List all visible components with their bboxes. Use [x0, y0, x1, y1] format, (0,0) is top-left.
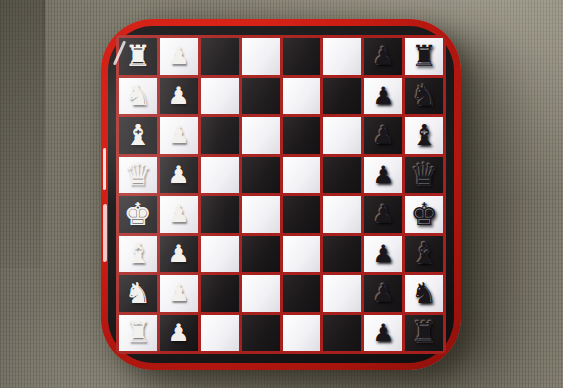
square-r3c3[interactable] — [201, 117, 239, 154]
square-r5c3[interactable] — [201, 196, 239, 233]
carpet-dark-panel — [0, 0, 43, 268]
square-r6c1[interactable]: ♝ — [119, 236, 157, 273]
square-r6c8[interactable]: ♝ — [405, 236, 443, 273]
square-r5c4[interactable] — [242, 196, 280, 233]
square-r6c5[interactable] — [283, 236, 321, 273]
square-r7c1[interactable]: ♞ — [119, 275, 157, 312]
square-r3c2[interactable]: ♟ — [160, 117, 198, 154]
square-r1c5[interactable] — [283, 38, 321, 75]
chess-piece-bB[interactable]: ♝ — [411, 239, 437, 268]
square-r6c4[interactable] — [242, 236, 280, 273]
square-r4c3[interactable] — [201, 157, 239, 194]
square-r7c7[interactable]: ♟ — [364, 275, 402, 312]
square-r7c8[interactable]: ♞ — [405, 275, 443, 312]
square-r6c3[interactable] — [201, 236, 239, 273]
square-r5c6[interactable] — [323, 196, 361, 233]
chess-piece-bQ[interactable]: ♛ — [410, 159, 438, 190]
square-r8c2[interactable]: ♟ — [160, 315, 198, 352]
square-r1c7[interactable]: ♟ — [364, 38, 402, 75]
square-r2c4[interactable] — [242, 78, 280, 115]
chess-piece-wR[interactable]: ♜ — [125, 318, 151, 347]
square-r4c1[interactable]: ♛ — [119, 157, 157, 194]
square-r8c4[interactable] — [242, 315, 280, 352]
square-r6c7[interactable]: ♟ — [364, 236, 402, 273]
chess-piece-bK[interactable]: ♚ — [410, 199, 438, 230]
chess-piece-wP[interactable]: ♟ — [168, 202, 190, 226]
square-r5c8[interactable]: ♚ — [405, 196, 443, 233]
chess-piece-bP[interactable]: ♟ — [372, 281, 394, 305]
square-r5c7[interactable]: ♟ — [364, 196, 402, 233]
chess-piece-wN[interactable]: ♞ — [125, 279, 151, 308]
specular-highlight-left — [103, 204, 107, 262]
square-r4c8[interactable]: ♛ — [405, 157, 443, 194]
square-r3c8[interactable]: ♝ — [405, 117, 443, 154]
square-r1c8[interactable]: ♜ — [405, 38, 443, 75]
chess-piece-wR[interactable]: ♜ — [125, 42, 151, 71]
square-r6c2[interactable]: ♟ — [160, 236, 198, 273]
square-r8c8[interactable]: ♜ — [405, 315, 443, 352]
square-r2c5[interactable] — [283, 78, 321, 115]
square-r1c6[interactable] — [323, 38, 361, 75]
square-r8c1[interactable]: ♜ — [119, 315, 157, 352]
chess-piece-wB[interactable]: ♝ — [125, 239, 151, 268]
chess-piece-wP[interactable]: ♟ — [168, 44, 190, 68]
chess-piece-wP[interactable]: ♟ — [168, 84, 190, 108]
square-r1c3[interactable] — [201, 38, 239, 75]
chess-piece-wQ[interactable]: ♛ — [124, 159, 152, 190]
square-r4c7[interactable]: ♟ — [364, 157, 402, 194]
square-r7c4[interactable] — [242, 275, 280, 312]
square-r4c5[interactable] — [283, 157, 321, 194]
chess-piece-bP[interactable]: ♟ — [372, 123, 394, 147]
square-r8c3[interactable] — [201, 315, 239, 352]
chess-piece-bB[interactable]: ♝ — [411, 121, 437, 150]
carpet-seam — [43, 0, 45, 240]
square-r6c6[interactable] — [323, 236, 361, 273]
chess-piece-wP[interactable]: ♟ — [168, 242, 190, 266]
square-r1c1[interactable]: ♜ — [119, 38, 157, 75]
chess-piece-bP[interactable]: ♟ — [372, 84, 394, 108]
chess-piece-bP[interactable]: ♟ — [372, 44, 394, 68]
square-r3c4[interactable] — [242, 117, 280, 154]
chess-piece-wB[interactable]: ♝ — [125, 121, 151, 150]
square-r5c5[interactable] — [283, 196, 321, 233]
square-r5c1[interactable]: ♚ — [119, 196, 157, 233]
square-r2c6[interactable] — [323, 78, 361, 115]
chess-piece-bN[interactable]: ♞ — [411, 81, 437, 110]
square-r1c4[interactable] — [242, 38, 280, 75]
square-r2c3[interactable] — [201, 78, 239, 115]
chess-piece-bP[interactable]: ♟ — [372, 321, 394, 345]
square-r8c5[interactable] — [283, 315, 321, 352]
square-r3c5[interactable] — [283, 117, 321, 154]
chess-piece-bP[interactable]: ♟ — [372, 163, 394, 187]
carpet-background: ♜♟♟♜♞♟♟♞♝♟♟♝♛♟♟♛♚♟♟♚♝♟♟♝♞♟♟♞♜♟♟♜ — [0, 0, 563, 388]
chess-piece-bN[interactable]: ♞ — [411, 279, 437, 308]
chess-piece-wP[interactable]: ♟ — [168, 123, 190, 147]
chess-piece-wP[interactable]: ♟ — [168, 281, 190, 305]
chess-piece-bR[interactable]: ♜ — [411, 42, 437, 71]
chess-piece-bR[interactable]: ♜ — [411, 318, 437, 347]
square-r2c8[interactable]: ♞ — [405, 78, 443, 115]
chess-piece-wN[interactable]: ♞ — [125, 81, 151, 110]
square-r4c6[interactable] — [323, 157, 361, 194]
specular-highlight-left — [103, 148, 106, 190]
chess-piece-wK[interactable]: ♚ — [124, 199, 152, 230]
chessboard[interactable]: ♜♟♟♜♞♟♟♞♝♟♟♝♛♟♟♛♚♟♟♚♝♟♟♝♞♟♟♞♜♟♟♜ — [116, 35, 446, 354]
chess-table: ♜♟♟♜♞♟♟♞♝♟♟♝♛♟♟♛♚♟♟♚♝♟♟♝♞♟♟♞♜♟♟♜ — [101, 19, 461, 370]
chess-piece-bP[interactable]: ♟ — [372, 202, 394, 226]
square-r7c6[interactable] — [323, 275, 361, 312]
square-r1c2[interactable]: ♟ — [160, 38, 198, 75]
square-r5c2[interactable]: ♟ — [160, 196, 198, 233]
square-r2c7[interactable]: ♟ — [364, 78, 402, 115]
square-r3c6[interactable] — [323, 117, 361, 154]
square-r4c2[interactable]: ♟ — [160, 157, 198, 194]
square-r7c2[interactable]: ♟ — [160, 275, 198, 312]
square-r3c7[interactable]: ♟ — [364, 117, 402, 154]
chess-piece-bP[interactable]: ♟ — [372, 242, 394, 266]
table-top: ♜♟♟♜♞♟♟♞♝♟♟♝♛♟♟♛♚♟♟♚♝♟♟♝♞♟♟♞♜♟♟♜ — [108, 26, 454, 363]
square-r8c6[interactable] — [323, 315, 361, 352]
square-r7c5[interactable] — [283, 275, 321, 312]
square-r2c2[interactable]: ♟ — [160, 78, 198, 115]
chess-piece-wP[interactable]: ♟ — [168, 321, 190, 345]
square-r3c1[interactable]: ♝ — [119, 117, 157, 154]
square-r7c3[interactable] — [201, 275, 239, 312]
square-r4c4[interactable] — [242, 157, 280, 194]
square-r8c7[interactable]: ♟ — [364, 315, 402, 352]
square-r2c1[interactable]: ♞ — [119, 78, 157, 115]
chess-piece-wP[interactable]: ♟ — [168, 163, 190, 187]
